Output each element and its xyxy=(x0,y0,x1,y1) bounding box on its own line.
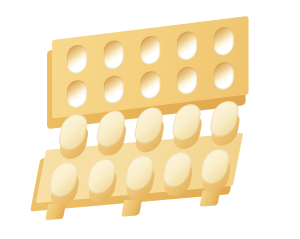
oval-cavity xyxy=(177,30,197,60)
oval-peg xyxy=(45,161,80,208)
oval-peg xyxy=(169,103,204,150)
oval-cavity xyxy=(104,39,124,69)
oval-cavity xyxy=(140,35,160,65)
oval-peg xyxy=(93,110,128,157)
oval-cavity xyxy=(177,65,197,95)
oval-cavity xyxy=(140,70,160,100)
mold-press-piece xyxy=(34,133,243,209)
oval-peg xyxy=(83,157,118,204)
oval-peg xyxy=(54,113,89,160)
oval-cavity xyxy=(104,74,124,104)
oval-cavity xyxy=(67,79,87,109)
oval-peg xyxy=(121,154,156,201)
oval-peg xyxy=(159,151,194,198)
oval-cavity xyxy=(214,61,234,91)
oval-cavity xyxy=(214,26,234,56)
oval-peg xyxy=(131,106,166,153)
oval-cavity xyxy=(67,44,87,74)
product-photo-canvas xyxy=(0,0,300,239)
press-peg-grid xyxy=(44,100,243,208)
press-foot xyxy=(121,199,142,217)
